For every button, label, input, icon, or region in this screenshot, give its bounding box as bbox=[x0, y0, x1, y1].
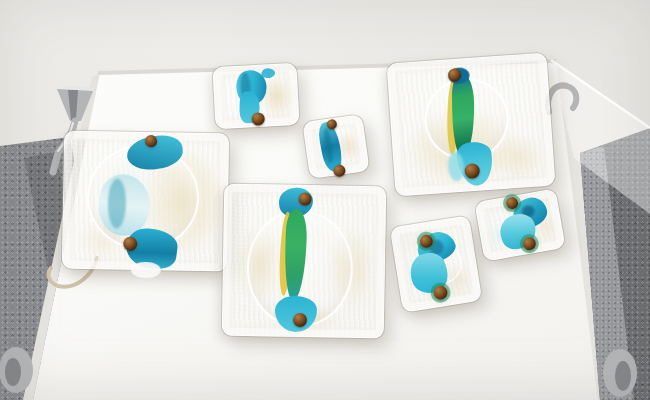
teal-folds bbox=[107, 178, 126, 228]
glass-sconce-small-right bbox=[474, 188, 565, 261]
glass-sconce-large-top-right bbox=[387, 53, 556, 197]
white-drip bbox=[131, 261, 161, 278]
screw-knob bbox=[333, 164, 347, 178]
pieces-layer bbox=[0, 0, 650, 400]
glass-sconce-large-mid-left bbox=[62, 131, 229, 272]
photo-stage bbox=[0, 0, 650, 400]
glass-sconce-small-bottom-mid bbox=[390, 215, 482, 312]
glass-sconce-large-center bbox=[222, 184, 387, 339]
glass-sconce-small-top-mid bbox=[302, 114, 369, 179]
glass-sconce-small-top-left bbox=[212, 63, 299, 129]
